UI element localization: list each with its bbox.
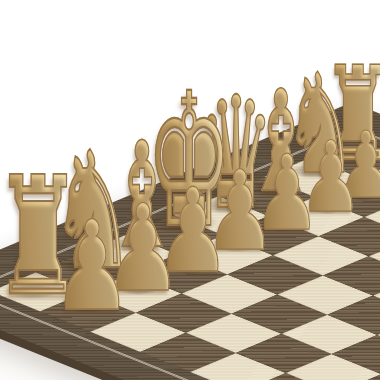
board-grid bbox=[0, 139, 380, 380]
chess-photo-stage: ♜♞♝♟♛♟♚♟♝♟♞♟♟♜♟ bbox=[0, 0, 380, 380]
chess-board bbox=[0, 102, 380, 380]
